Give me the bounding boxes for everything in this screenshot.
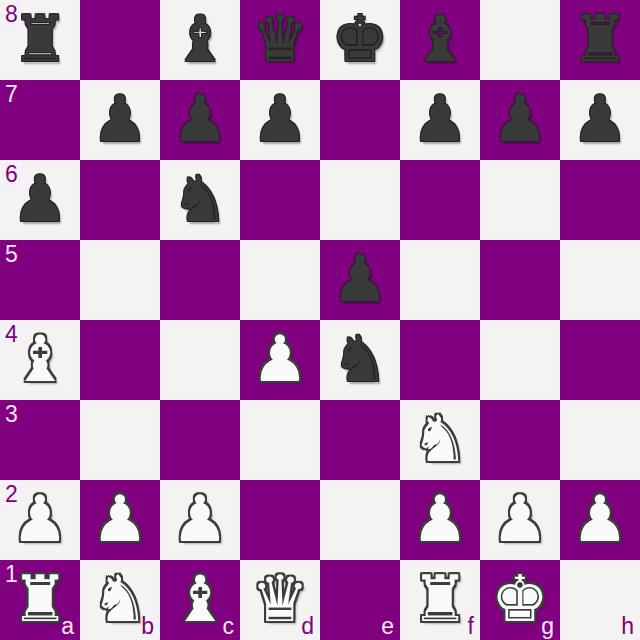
rank-label-5: 5: [5, 243, 18, 266]
piece-white-knight[interactable]: ♞: [400, 400, 480, 480]
square-b5[interactable]: [80, 240, 160, 320]
square-g8[interactable]: [480, 0, 560, 80]
piece-black-pawn[interactable]: ♟: [80, 80, 160, 160]
square-c1[interactable]: c♝: [160, 560, 240, 640]
piece-white-pawn[interactable]: ♟: [480, 480, 560, 560]
square-h5[interactable]: [560, 240, 640, 320]
square-d4[interactable]: ♟: [240, 320, 320, 400]
piece-white-pawn[interactable]: ♟: [0, 480, 80, 560]
square-b6[interactable]: [80, 160, 160, 240]
square-d5[interactable]: [240, 240, 320, 320]
square-b4[interactable]: [80, 320, 160, 400]
square-f3[interactable]: ♞: [400, 400, 480, 480]
square-c8[interactable]: ♝: [160, 0, 240, 80]
square-e4[interactable]: ♞: [320, 320, 400, 400]
piece-black-pawn[interactable]: ♟: [160, 80, 240, 160]
square-f1[interactable]: f♜: [400, 560, 480, 640]
square-b1[interactable]: b♞: [80, 560, 160, 640]
piece-black-knight[interactable]: ♞: [320, 320, 400, 400]
square-h8[interactable]: ♜: [560, 0, 640, 80]
piece-black-pawn[interactable]: ♟: [0, 160, 80, 240]
square-g5[interactable]: [480, 240, 560, 320]
square-c5[interactable]: [160, 240, 240, 320]
square-b7[interactable]: ♟: [80, 80, 160, 160]
square-b2[interactable]: ♟: [80, 480, 160, 560]
square-g2[interactable]: ♟: [480, 480, 560, 560]
square-g6[interactable]: [480, 160, 560, 240]
square-g3[interactable]: [480, 400, 560, 480]
piece-black-bishop[interactable]: ♝: [400, 0, 480, 80]
square-e7[interactable]: [320, 80, 400, 160]
square-g4[interactable]: [480, 320, 560, 400]
square-h7[interactable]: ♟: [560, 80, 640, 160]
square-a8[interactable]: 8♜: [0, 0, 80, 80]
square-d7[interactable]: ♟: [240, 80, 320, 160]
square-h6[interactable]: [560, 160, 640, 240]
square-a2[interactable]: 2♟: [0, 480, 80, 560]
piece-white-pawn[interactable]: ♟: [560, 480, 640, 560]
square-c6[interactable]: ♞: [160, 160, 240, 240]
piece-black-bishop[interactable]: ♝: [160, 0, 240, 80]
piece-white-rook[interactable]: ♜: [0, 560, 80, 640]
square-f8[interactable]: ♝: [400, 0, 480, 80]
piece-white-bishop[interactable]: ♝: [0, 320, 80, 400]
piece-white-queen[interactable]: ♛: [240, 560, 320, 640]
piece-white-pawn[interactable]: ♟: [240, 320, 320, 400]
square-b8[interactable]: [80, 0, 160, 80]
piece-white-king[interactable]: ♚: [480, 560, 560, 640]
square-d6[interactable]: [240, 160, 320, 240]
piece-white-knight[interactable]: ♞: [80, 560, 160, 640]
piece-black-rook[interactable]: ♜: [560, 0, 640, 80]
square-e1[interactable]: e: [320, 560, 400, 640]
square-g1[interactable]: g♚: [480, 560, 560, 640]
rank-label-7: 7: [5, 83, 18, 106]
square-c3[interactable]: [160, 400, 240, 480]
square-h2[interactable]: ♟: [560, 480, 640, 560]
square-b3[interactable]: [80, 400, 160, 480]
rank-label-3: 3: [5, 403, 18, 426]
square-a1[interactable]: 1a♜: [0, 560, 80, 640]
piece-white-bishop[interactable]: ♝: [160, 560, 240, 640]
square-a6[interactable]: 6♟: [0, 160, 80, 240]
square-g7[interactable]: ♟: [480, 80, 560, 160]
square-a4[interactable]: 4♝: [0, 320, 80, 400]
square-d1[interactable]: d♛: [240, 560, 320, 640]
square-c2[interactable]: ♟: [160, 480, 240, 560]
square-a7[interactable]: 7: [0, 80, 80, 160]
piece-black-queen[interactable]: ♛: [240, 0, 320, 80]
piece-white-pawn[interactable]: ♟: [80, 480, 160, 560]
piece-black-pawn[interactable]: ♟: [560, 80, 640, 160]
square-e6[interactable]: [320, 160, 400, 240]
file-label-e: e: [381, 615, 394, 638]
square-f5[interactable]: [400, 240, 480, 320]
file-label-h: h: [621, 615, 634, 638]
square-a3[interactable]: 3: [0, 400, 80, 480]
square-h1[interactable]: h: [560, 560, 640, 640]
piece-black-king[interactable]: ♚: [320, 0, 400, 80]
piece-black-pawn[interactable]: ♟: [240, 80, 320, 160]
piece-black-rook[interactable]: ♜: [0, 0, 80, 80]
piece-black-pawn[interactable]: ♟: [480, 80, 560, 160]
square-e3[interactable]: [320, 400, 400, 480]
square-h3[interactable]: [560, 400, 640, 480]
square-a5[interactable]: 5: [0, 240, 80, 320]
piece-black-pawn[interactable]: ♟: [400, 80, 480, 160]
square-h4[interactable]: [560, 320, 640, 400]
square-c4[interactable]: [160, 320, 240, 400]
piece-black-knight[interactable]: ♞: [160, 160, 240, 240]
square-f2[interactable]: ♟: [400, 480, 480, 560]
square-f6[interactable]: [400, 160, 480, 240]
square-d3[interactable]: [240, 400, 320, 480]
piece-white-pawn[interactable]: ♟: [400, 480, 480, 560]
square-e2[interactable]: [320, 480, 400, 560]
piece-black-pawn[interactable]: ♟: [320, 240, 400, 320]
square-f7[interactable]: ♟: [400, 80, 480, 160]
square-e8[interactable]: ♚: [320, 0, 400, 80]
square-d2[interactable]: [240, 480, 320, 560]
piece-white-rook[interactable]: ♜: [400, 560, 480, 640]
square-c7[interactable]: ♟: [160, 80, 240, 160]
square-e5[interactable]: ♟: [320, 240, 400, 320]
square-d8[interactable]: ♛: [240, 0, 320, 80]
piece-white-pawn[interactable]: ♟: [160, 480, 240, 560]
square-f4[interactable]: [400, 320, 480, 400]
chess-board: 8♜♝♛♚♝♜7♟♟♟♟♟♟6♟♞5♟4♝♟♞3♞2♟♟♟♟♟♟1a♜b♞c♝d…: [0, 0, 640, 640]
